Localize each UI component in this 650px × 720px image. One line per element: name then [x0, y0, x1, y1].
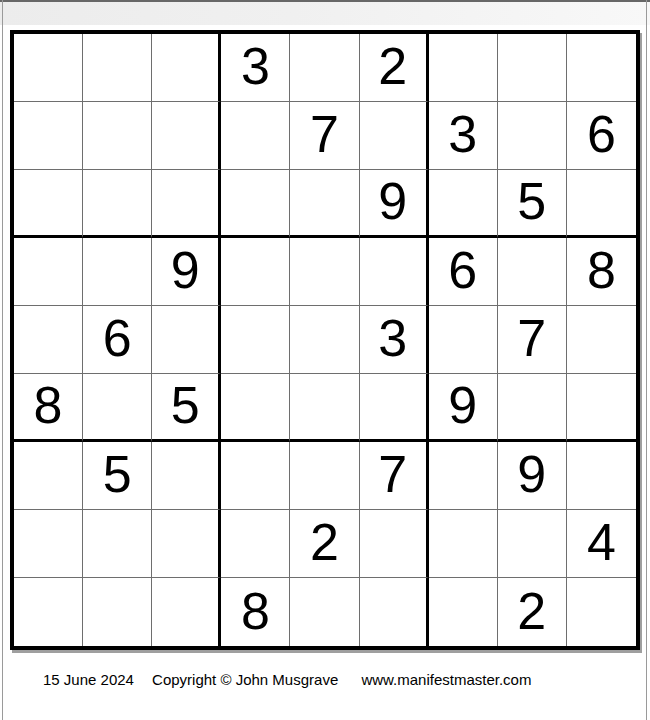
- sudoku-cell-r8c5: 2: [290, 510, 359, 578]
- sudoku-cell-r2c6: [360, 102, 429, 170]
- sudoku-cell-r2c8: [498, 102, 567, 170]
- sudoku-cell-r9c2: [83, 578, 152, 646]
- sudoku-cell-r7c6: 7: [360, 442, 429, 510]
- sudoku-cell-r7c9: [567, 442, 636, 510]
- sudoku-cell-r2c7: 3: [429, 102, 498, 170]
- sudoku-cell-r8c6: [360, 510, 429, 578]
- footer-date: 15 June 2024: [43, 671, 134, 688]
- sudoku-board: 32736959686378595792482: [10, 30, 640, 650]
- sudoku-cell-r4c4: [221, 238, 290, 306]
- sudoku-cell-r2c9: 6: [567, 102, 636, 170]
- sudoku-cell-r9c6: [360, 578, 429, 646]
- footer: 15 June 2024 Copyright © John Musgrave w…: [43, 671, 531, 688]
- sudoku-cell-r9c4: 8: [221, 578, 290, 646]
- printable-sudoku-page: 32736959686378595792482 15 June 2024 Cop…: [0, 0, 650, 720]
- sudoku-cell-r5c7: [429, 306, 498, 374]
- sudoku-cell-r3c5: [290, 170, 359, 238]
- sudoku-cell-r7c7: [429, 442, 498, 510]
- sudoku-cell-r3c6: 9: [360, 170, 429, 238]
- sudoku-cell-r9c8: 2: [498, 578, 567, 646]
- window-top-strip: [0, 0, 650, 25]
- sudoku-cell-r7c5: [290, 442, 359, 510]
- sudoku-cell-r6c9: [567, 374, 636, 442]
- sudoku-cell-r7c1: [14, 442, 83, 510]
- sudoku-cell-r6c3: 5: [152, 374, 221, 442]
- sudoku-cell-r1c6: 2: [360, 34, 429, 102]
- sudoku-cell-r5c2: 6: [83, 306, 152, 374]
- sudoku-cell-r1c4: 3: [221, 34, 290, 102]
- sudoku-cell-r6c2: [83, 374, 152, 442]
- sudoku-cell-r3c3: [152, 170, 221, 238]
- sudoku-cell-r4c5: [290, 238, 359, 306]
- sudoku-cell-r1c2: [83, 34, 152, 102]
- sudoku-cell-r8c3: [152, 510, 221, 578]
- sudoku-cell-r8c4: [221, 510, 290, 578]
- footer-copyright: Copyright © John Musgrave: [152, 671, 338, 688]
- sudoku-cell-r2c2: [83, 102, 152, 170]
- sudoku-cell-r3c2: [83, 170, 152, 238]
- sudoku-cell-r6c1: 8: [14, 374, 83, 442]
- sudoku-cell-r8c2: [83, 510, 152, 578]
- sudoku-cell-r4c1: [14, 238, 83, 306]
- sudoku-cell-r6c5: [290, 374, 359, 442]
- sudoku-cell-r1c5: [290, 34, 359, 102]
- sudoku-cell-r3c4: [221, 170, 290, 238]
- sudoku-cell-r4c2: [83, 238, 152, 306]
- sudoku-cell-r1c7: [429, 34, 498, 102]
- sudoku-cell-r9c7: [429, 578, 498, 646]
- page-border-left: [2, 0, 3, 720]
- sudoku-cell-r9c3: [152, 578, 221, 646]
- sudoku-cell-r3c9: [567, 170, 636, 238]
- sudoku-cell-r3c1: [14, 170, 83, 238]
- sudoku-cell-r2c5: 7: [290, 102, 359, 170]
- sudoku-cell-r5c9: [567, 306, 636, 374]
- sudoku-cell-r8c7: [429, 510, 498, 578]
- sudoku-cell-r7c2: 5: [83, 442, 152, 510]
- footer-site: www.manifestmaster.com: [361, 671, 531, 688]
- sudoku-cell-r2c1: [14, 102, 83, 170]
- sudoku-cell-r1c3: [152, 34, 221, 102]
- sudoku-cell-r2c3: [152, 102, 221, 170]
- sudoku-cell-r5c1: [14, 306, 83, 374]
- sudoku-cell-r5c4: [221, 306, 290, 374]
- sudoku-cell-r8c1: [14, 510, 83, 578]
- sudoku-cell-r1c8: [498, 34, 567, 102]
- sudoku-cell-r4c7: 6: [429, 238, 498, 306]
- sudoku-cell-r6c6: [360, 374, 429, 442]
- page-border-right: [646, 0, 647, 720]
- sudoku-cell-r4c6: [360, 238, 429, 306]
- sudoku-cell-r1c1: [14, 34, 83, 102]
- sudoku-cell-r6c4: [221, 374, 290, 442]
- sudoku-cell-r6c7: 9: [429, 374, 498, 442]
- sudoku-cell-r2c4: [221, 102, 290, 170]
- sudoku-cell-r6c8: [498, 374, 567, 442]
- sudoku-cell-r5c5: [290, 306, 359, 374]
- sudoku-cell-r7c3: [152, 442, 221, 510]
- sudoku-cell-r3c8: 5: [498, 170, 567, 238]
- sudoku-cell-r7c4: [221, 442, 290, 510]
- sudoku-cell-r5c3: [152, 306, 221, 374]
- sudoku-cell-r9c1: [14, 578, 83, 646]
- sudoku-cell-r5c6: 3: [360, 306, 429, 374]
- sudoku-cell-r3c7: [429, 170, 498, 238]
- sudoku-cell-r9c5: [290, 578, 359, 646]
- sudoku-cell-r7c8: 9: [498, 442, 567, 510]
- sudoku-cell-r8c9: 4: [567, 510, 636, 578]
- sudoku-cell-r1c9: [567, 34, 636, 102]
- sudoku-cell-r9c9: [567, 578, 636, 646]
- sudoku-cell-r4c9: 8: [567, 238, 636, 306]
- sudoku-cell-r8c8: [498, 510, 567, 578]
- sudoku-cell-r5c8: 7: [498, 306, 567, 374]
- sudoku-cell-r4c8: [498, 238, 567, 306]
- sudoku-cell-r4c3: 9: [152, 238, 221, 306]
